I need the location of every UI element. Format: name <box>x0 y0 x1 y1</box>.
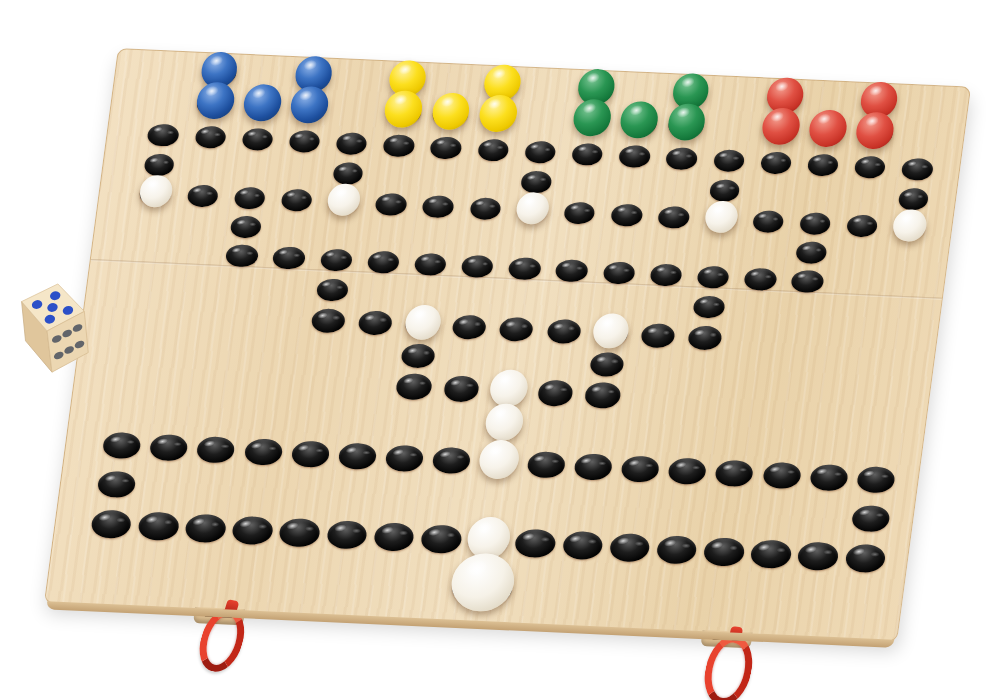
board-cell <box>656 491 708 529</box>
board-cell <box>581 349 632 379</box>
board-cell <box>279 474 331 512</box>
blue-ball[interactable] <box>242 84 284 122</box>
board-cell <box>130 177 181 211</box>
hole[interactable] <box>460 254 494 278</box>
hole[interactable] <box>546 319 582 344</box>
board-cell <box>868 329 920 365</box>
board-cell <box>718 384 770 420</box>
hole[interactable] <box>584 382 622 409</box>
hole[interactable] <box>233 186 266 209</box>
board-cell <box>602 569 655 619</box>
board-cell <box>456 224 507 252</box>
board-cell <box>228 155 279 183</box>
barricade-ball[interactable] <box>477 439 521 480</box>
board-cell <box>365 188 416 222</box>
barricade-ball[interactable] <box>483 403 525 441</box>
hole[interactable] <box>143 154 175 176</box>
board-cell <box>855 424 907 460</box>
board-cell <box>598 230 649 258</box>
hole[interactable] <box>102 431 142 459</box>
board-cell <box>850 458 903 502</box>
board-cell <box>138 468 190 506</box>
board-cell <box>619 413 671 449</box>
board-cell <box>114 294 166 330</box>
hole[interactable] <box>749 539 792 569</box>
board-cell <box>645 232 696 260</box>
board-cell <box>593 256 644 290</box>
hole[interactable] <box>508 257 542 281</box>
board-cell <box>318 185 369 219</box>
hole[interactable] <box>806 153 839 176</box>
hole[interactable] <box>97 470 137 498</box>
hole[interactable] <box>692 295 726 319</box>
barricade-ball[interactable] <box>326 183 362 216</box>
board-cell <box>472 441 525 485</box>
board-cell <box>514 134 566 170</box>
board-cell <box>468 483 520 521</box>
board-cell <box>354 277 405 307</box>
board-cell <box>585 316 637 352</box>
board-cell <box>891 151 943 187</box>
hole[interactable] <box>196 436 236 464</box>
hole[interactable] <box>799 212 832 235</box>
hole[interactable] <box>856 466 896 494</box>
board-cell <box>509 565 562 615</box>
board-cell <box>341 367 393 403</box>
board-cell <box>556 523 609 569</box>
board-cell <box>652 175 703 203</box>
barricade-ball[interactable] <box>138 175 174 208</box>
hole[interactable] <box>901 158 934 181</box>
hole[interactable] <box>147 123 180 146</box>
board-cell <box>808 422 860 458</box>
hole[interactable] <box>186 184 219 207</box>
board-cell <box>255 301 307 337</box>
board-cell <box>550 228 601 256</box>
board-cell <box>648 571 701 621</box>
board-cell <box>478 407 530 443</box>
board-cell <box>491 311 543 347</box>
hole[interactable] <box>469 197 502 220</box>
board-cell <box>872 301 923 331</box>
hole[interactable] <box>620 455 660 483</box>
hole[interactable] <box>357 310 393 335</box>
hole[interactable] <box>790 269 824 293</box>
board-cell <box>880 243 931 271</box>
board-cell <box>431 405 483 441</box>
board-cell <box>106 356 158 392</box>
board-cell <box>307 275 358 305</box>
board-cell <box>567 445 620 489</box>
hole[interactable] <box>429 136 462 159</box>
board-cell <box>656 141 708 177</box>
board-cell <box>335 64 386 94</box>
board-cell <box>331 434 384 478</box>
board-cell <box>750 495 802 533</box>
hole[interactable] <box>520 171 552 193</box>
board-cell <box>601 198 652 232</box>
hole[interactable] <box>372 522 415 552</box>
hole[interactable] <box>524 141 557 164</box>
board-cell <box>765 386 817 422</box>
board-cell <box>393 341 444 371</box>
board-cell <box>405 247 456 281</box>
board-cell <box>839 535 892 581</box>
hole[interactable] <box>90 509 133 539</box>
board-cell <box>179 506 232 552</box>
board-cell <box>876 269 927 303</box>
board-cell <box>742 205 793 239</box>
board-cell <box>603 525 656 571</box>
board-cell <box>731 294 782 324</box>
board-cell <box>679 320 731 356</box>
hole[interactable] <box>808 463 848 491</box>
hole[interactable] <box>272 246 306 270</box>
board-cell <box>802 456 855 500</box>
board-cell <box>143 426 196 470</box>
board-cell <box>614 447 667 491</box>
hole[interactable] <box>288 130 321 153</box>
board-cell <box>698 529 751 575</box>
hole[interactable] <box>573 453 613 481</box>
blue-ball[interactable] <box>194 81 236 119</box>
board-cell <box>449 562 515 612</box>
board-cell <box>226 508 279 554</box>
board-cell <box>268 215 319 243</box>
board-cell <box>837 209 888 243</box>
board-cell <box>421 480 473 518</box>
hole[interactable] <box>797 541 840 571</box>
board-cell <box>714 418 766 454</box>
green-ball[interactable] <box>571 99 613 137</box>
board-cell <box>425 439 478 483</box>
hole[interactable] <box>335 132 368 155</box>
board-cell <box>684 292 735 322</box>
hole[interactable] <box>537 380 575 407</box>
hole[interactable] <box>194 126 227 149</box>
hole[interactable] <box>241 128 274 151</box>
board-cell <box>503 226 554 254</box>
red-ball[interactable] <box>760 107 802 145</box>
hole[interactable] <box>319 248 353 272</box>
board-cell <box>723 356 774 386</box>
hole[interactable] <box>897 188 929 210</box>
hole[interactable] <box>854 156 887 179</box>
board-cell <box>356 558 409 608</box>
board-cell <box>790 207 841 241</box>
board-cell <box>185 470 237 508</box>
board-cell <box>515 485 567 523</box>
board-grid <box>45 49 970 641</box>
board-cell <box>452 250 503 284</box>
board-cell <box>146 55 197 85</box>
board-cell <box>520 443 573 487</box>
board-cell <box>346 339 397 369</box>
rope-left-loop <box>192 605 251 676</box>
board-cell <box>787 577 840 627</box>
board-cell <box>190 428 243 472</box>
hole[interactable] <box>665 147 698 170</box>
board-cell <box>817 360 868 390</box>
board-cell <box>802 113 854 149</box>
board-cell <box>409 222 460 250</box>
hole[interactable] <box>400 343 436 368</box>
board-cell <box>833 241 884 269</box>
hole[interactable] <box>761 461 801 489</box>
board-cell <box>125 547 178 597</box>
hole[interactable] <box>561 530 604 560</box>
board-cell <box>774 324 826 360</box>
board-cell <box>195 394 247 430</box>
green-ball[interactable] <box>666 103 708 141</box>
board-cell <box>609 489 661 527</box>
board-cell <box>519 100 571 136</box>
hole[interactable] <box>451 315 487 340</box>
hole[interactable] <box>499 317 535 342</box>
hole[interactable] <box>230 216 263 239</box>
board-cell <box>554 196 605 230</box>
hole[interactable] <box>743 267 777 291</box>
hole[interactable] <box>442 376 480 403</box>
board-cell <box>849 115 901 151</box>
hole[interactable] <box>602 261 636 285</box>
board-cell <box>397 307 449 343</box>
board-cell <box>320 512 373 558</box>
hole[interactable] <box>325 520 368 550</box>
board-cell <box>739 237 790 265</box>
board-cell <box>326 126 378 162</box>
board-cell <box>283 90 335 126</box>
board-cell <box>153 358 205 394</box>
board-cell <box>208 299 260 335</box>
hole[interactable] <box>702 537 745 567</box>
board-cell <box>797 147 849 183</box>
hole[interactable] <box>382 134 415 157</box>
board-cell <box>792 533 845 579</box>
board-cell <box>420 130 472 166</box>
board-cell <box>315 217 366 245</box>
hole[interactable] <box>225 244 259 268</box>
board-cell <box>358 245 409 279</box>
hole[interactable] <box>696 265 730 289</box>
board-cell <box>566 103 618 139</box>
barricade-ball[interactable] <box>892 209 928 242</box>
board-cell <box>577 377 629 413</box>
board-cell <box>694 573 747 623</box>
board-cell <box>499 252 550 286</box>
board-cell <box>378 94 430 130</box>
hole[interactable] <box>149 434 189 462</box>
hole[interactable] <box>851 505 891 533</box>
hole[interactable] <box>290 440 330 468</box>
board-cell <box>833 579 886 629</box>
hole[interactable] <box>712 149 745 172</box>
board-cell <box>290 398 342 434</box>
barricade-ball[interactable] <box>591 313 631 349</box>
hole[interactable] <box>649 263 683 287</box>
board-cell <box>538 314 590 350</box>
board-cell <box>189 85 241 121</box>
board-cell <box>844 149 896 185</box>
red-ball[interactable] <box>854 111 896 149</box>
board-cell <box>337 400 389 436</box>
board-cell <box>126 209 177 237</box>
hole[interactable] <box>184 513 227 543</box>
red-ball[interactable] <box>807 109 849 147</box>
hole[interactable] <box>315 278 349 302</box>
hole[interactable] <box>420 524 463 554</box>
board-cell <box>900 90 951 120</box>
board-cell <box>417 164 468 192</box>
hole[interactable] <box>243 438 283 466</box>
hole[interactable] <box>563 201 596 224</box>
board-cell <box>118 266 169 296</box>
board-cell <box>676 354 727 384</box>
board-cell <box>181 153 232 181</box>
board-cell <box>845 500 897 538</box>
board-cell <box>884 211 935 245</box>
hole[interactable] <box>795 241 828 264</box>
hole[interactable] <box>278 518 321 548</box>
board-cell <box>388 369 440 405</box>
board-cell <box>750 145 802 181</box>
hole[interactable] <box>384 444 424 472</box>
board-cell <box>171 549 224 599</box>
hole[interactable] <box>844 543 887 573</box>
hole[interactable] <box>395 373 433 400</box>
yellow-ball[interactable] <box>383 90 425 128</box>
hole[interactable] <box>310 308 346 333</box>
hole[interactable] <box>709 180 741 202</box>
board-cell <box>648 200 699 234</box>
hole[interactable] <box>374 193 407 216</box>
hole[interactable] <box>571 143 604 166</box>
board-cell <box>157 330 208 360</box>
board-cell <box>609 139 661 175</box>
barricade-ball[interactable] <box>403 304 443 340</box>
board-cell <box>707 109 759 145</box>
rope-slot-right <box>711 635 742 641</box>
hole[interactable] <box>589 352 625 377</box>
board-cell <box>173 211 224 239</box>
board-cell <box>95 424 148 468</box>
hole[interactable] <box>610 204 643 227</box>
board-cell <box>708 451 761 495</box>
hole[interactable] <box>514 528 557 558</box>
board-cell <box>237 430 290 474</box>
board-cell <box>101 390 153 426</box>
board-cell <box>782 265 833 299</box>
board-cell <box>825 299 876 329</box>
board-cell <box>370 162 421 190</box>
board-cell <box>271 183 322 217</box>
board-cell <box>472 98 524 134</box>
board-cell <box>770 358 821 388</box>
board-cell <box>562 136 614 172</box>
board-cell <box>523 73 574 103</box>
hole[interactable] <box>640 323 676 348</box>
board-cell <box>667 415 719 451</box>
board-cell <box>741 575 794 625</box>
board-cell <box>755 454 808 498</box>
hole[interactable] <box>657 206 690 229</box>
hole[interactable] <box>751 210 784 233</box>
barricade-ball[interactable] <box>703 200 739 233</box>
hole[interactable] <box>655 535 698 565</box>
board-cell <box>216 239 267 273</box>
board-cell <box>525 409 577 445</box>
board-cell <box>562 487 614 525</box>
barricade-ball[interactable] <box>515 192 551 225</box>
hole[interactable] <box>337 442 377 470</box>
board-cell <box>747 179 798 207</box>
hole[interactable] <box>280 189 313 212</box>
board-cell <box>384 403 436 439</box>
hole[interactable] <box>422 195 455 218</box>
hole[interactable] <box>231 515 274 545</box>
board-cell <box>632 318 684 354</box>
hole[interactable] <box>137 511 180 541</box>
hole[interactable] <box>608 532 651 562</box>
hole[interactable] <box>477 138 510 161</box>
board-cell <box>373 128 425 164</box>
board-cell <box>217 551 270 601</box>
blue-ball[interactable] <box>289 86 331 124</box>
board-cell <box>688 260 739 294</box>
board-cell <box>242 396 294 432</box>
board-cell <box>735 262 786 296</box>
board-cell <box>148 392 200 428</box>
hole[interactable] <box>526 451 566 479</box>
hole[interactable] <box>431 446 471 474</box>
board-cell <box>786 239 837 267</box>
hole[interactable] <box>687 325 723 350</box>
scene <box>0 0 999 700</box>
board-cell <box>440 343 491 373</box>
board-cell <box>294 365 346 401</box>
die[interactable] <box>2 276 100 384</box>
yellow-ball[interactable] <box>477 94 519 132</box>
board-cell <box>637 290 688 320</box>
board-cell <box>841 183 892 211</box>
barricade-ball[interactable] <box>488 369 530 407</box>
board-cell <box>444 309 496 345</box>
board-cell <box>275 157 326 185</box>
board-cell <box>247 362 299 398</box>
green-ball[interactable] <box>619 101 661 139</box>
hole[interactable] <box>759 151 792 174</box>
board-cell <box>378 436 431 480</box>
hole[interactable] <box>555 259 589 283</box>
board-cell <box>745 531 798 577</box>
hole[interactable] <box>667 457 707 485</box>
board-cell <box>534 347 585 377</box>
yellow-ball[interactable] <box>430 92 472 130</box>
board-cell <box>860 390 912 426</box>
board-cell <box>864 362 915 392</box>
hole[interactable] <box>846 214 879 237</box>
board-cell <box>692 234 743 262</box>
board-cell <box>703 143 755 179</box>
board-cell <box>299 337 350 367</box>
hole[interactable] <box>332 162 364 184</box>
board-cell <box>310 556 363 606</box>
hole[interactable] <box>413 252 447 276</box>
board-cell <box>213 271 264 301</box>
hole[interactable] <box>714 459 754 487</box>
hole[interactable] <box>618 145 651 168</box>
hole[interactable] <box>366 250 400 274</box>
